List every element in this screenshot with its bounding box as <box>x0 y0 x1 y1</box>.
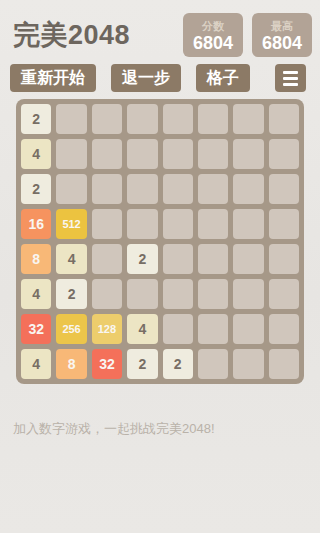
empty-cell <box>56 104 86 134</box>
score-badge: 分数 6804 <box>183 13 243 57</box>
score-panel: 分数 6804 最高 6804 <box>183 13 312 57</box>
empty-cell <box>163 139 193 169</box>
tile-512: 512 <box>56 209 86 239</box>
empty-cell <box>92 139 122 169</box>
empty-cell <box>56 139 86 169</box>
empty-cell <box>56 174 86 204</box>
empty-cell <box>198 244 228 274</box>
footer-text: 加入数字游戏，一起挑战完美2048! <box>13 420 320 438</box>
empty-cell <box>269 209 299 239</box>
tile-2: 2 <box>127 349 157 379</box>
score-label: 分数 <box>193 19 233 33</box>
empty-cell <box>163 174 193 204</box>
tile-8: 8 <box>21 244 51 274</box>
best-label: 最高 <box>262 19 302 33</box>
tile-32: 32 <box>21 314 51 344</box>
empty-cell <box>92 104 122 134</box>
empty-cell <box>233 139 263 169</box>
board[interactable]: 2421651284242322561284483222 <box>16 99 304 384</box>
empty-cell <box>233 174 263 204</box>
empty-cell <box>269 244 299 274</box>
empty-cell <box>269 139 299 169</box>
empty-cell <box>269 314 299 344</box>
tile-4: 4 <box>21 349 51 379</box>
empty-cell <box>163 209 193 239</box>
empty-cell <box>163 314 193 344</box>
tile-4: 4 <box>127 314 157 344</box>
tile-2: 2 <box>56 279 86 309</box>
empty-cell <box>198 209 228 239</box>
tile-8: 8 <box>56 349 86 379</box>
empty-cell <box>163 104 193 134</box>
restart-button[interactable]: 重新开始 <box>10 64 96 92</box>
empty-cell <box>233 209 263 239</box>
empty-cell <box>233 349 263 379</box>
empty-cell <box>269 279 299 309</box>
tile-4: 4 <box>56 244 86 274</box>
empty-cell <box>233 244 263 274</box>
empty-cell <box>163 244 193 274</box>
tile-128: 128 <box>92 314 122 344</box>
tile-2: 2 <box>21 104 51 134</box>
empty-cell <box>127 209 157 239</box>
hamburger-icon <box>283 71 298 74</box>
empty-cell <box>92 174 122 204</box>
tile-4: 4 <box>21 139 51 169</box>
empty-cell <box>269 104 299 134</box>
empty-cell <box>127 104 157 134</box>
empty-cell <box>198 314 228 344</box>
undo-button[interactable]: 退一步 <box>111 64 181 92</box>
empty-cell <box>127 174 157 204</box>
best-value: 6804 <box>262 33 302 53</box>
empty-cell <box>127 279 157 309</box>
empty-cell <box>269 349 299 379</box>
empty-cell <box>92 244 122 274</box>
tile-16: 16 <box>21 209 51 239</box>
menu-button[interactable] <box>275 64 306 92</box>
tile-32: 32 <box>92 349 122 379</box>
empty-cell <box>163 279 193 309</box>
empty-cell <box>198 349 228 379</box>
tile-256: 256 <box>56 314 86 344</box>
empty-cell <box>269 174 299 204</box>
empty-cell <box>92 279 122 309</box>
empty-cell <box>233 279 263 309</box>
header: 完美2048 分数 6804 最高 6804 <box>0 0 320 58</box>
tile-2: 2 <box>163 349 193 379</box>
empty-cell <box>198 104 228 134</box>
best-badge: 最高 6804 <box>252 13 312 57</box>
app-title: 完美2048 <box>13 13 130 57</box>
empty-cell <box>233 104 263 134</box>
empty-cell <box>198 174 228 204</box>
toolbar: 重新开始 退一步 格子 <box>10 64 309 92</box>
empty-cell <box>233 314 263 344</box>
empty-cell <box>92 209 122 239</box>
tile-4: 4 <box>21 279 51 309</box>
empty-cell <box>198 279 228 309</box>
tile-2: 2 <box>21 174 51 204</box>
tile-2: 2 <box>127 244 157 274</box>
score-value: 6804 <box>193 33 233 53</box>
empty-cell <box>127 139 157 169</box>
empty-cell <box>198 139 228 169</box>
grid-size-button[interactable]: 格子 <box>196 64 250 92</box>
